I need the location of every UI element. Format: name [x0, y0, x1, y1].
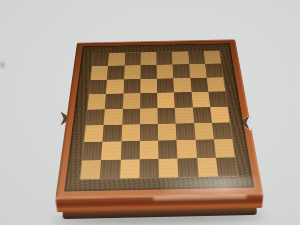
square-h5[interactable]	[208, 91, 227, 106]
square-d8[interactable]	[140, 52, 156, 65]
square-f1[interactable]	[178, 158, 199, 177]
square-h1[interactable]	[216, 157, 238, 176]
square-b8[interactable]	[108, 53, 125, 66]
square-e7[interactable]	[157, 65, 174, 79]
square-c8[interactable]	[124, 52, 140, 65]
square-h4[interactable]	[210, 106, 230, 122]
square-e4[interactable]	[157, 108, 175, 124]
square-g7[interactable]	[189, 64, 207, 78]
square-b3[interactable]	[103, 125, 122, 142]
square-a6[interactable]	[89, 80, 107, 95]
background-smudge	[0, 62, 5, 68]
square-a2[interactable]	[82, 142, 102, 160]
square-a7[interactable]	[91, 66, 109, 80]
square-f8[interactable]	[172, 51, 189, 64]
square-d3[interactable]	[140, 124, 159, 141]
square-h3[interactable]	[212, 122, 232, 139]
square-h2[interactable]	[214, 139, 235, 157]
left-frame-notch	[59, 110, 67, 127]
square-b4[interactable]	[104, 109, 123, 125]
square-g5[interactable]	[191, 92, 210, 107]
board-grid	[80, 51, 237, 180]
square-d6[interactable]	[140, 79, 157, 94]
square-f2[interactable]	[177, 140, 197, 158]
square-e2[interactable]	[158, 140, 177, 158]
square-a4[interactable]	[86, 109, 105, 125]
square-g3[interactable]	[194, 123, 214, 140]
square-f7[interactable]	[173, 64, 190, 78]
square-d7[interactable]	[140, 65, 157, 79]
square-h6[interactable]	[207, 77, 226, 92]
square-d2[interactable]	[139, 141, 158, 159]
square-e8[interactable]	[156, 52, 172, 65]
square-c1[interactable]	[120, 159, 140, 178]
square-c2[interactable]	[120, 141, 139, 159]
square-d1[interactable]	[139, 159, 159, 178]
chess-board	[48, 38, 268, 225]
square-e6[interactable]	[157, 78, 174, 93]
square-c6[interactable]	[123, 79, 140, 94]
square-b2[interactable]	[101, 142, 121, 160]
square-c3[interactable]	[121, 124, 140, 141]
square-d5[interactable]	[140, 93, 157, 108]
board-frame	[55, 39, 263, 198]
square-g6[interactable]	[190, 78, 208, 93]
square-b5[interactable]	[105, 94, 123, 109]
square-b1[interactable]	[100, 159, 120, 178]
square-g8[interactable]	[188, 51, 205, 64]
square-g4[interactable]	[192, 107, 211, 123]
square-f6[interactable]	[173, 78, 191, 93]
square-g2[interactable]	[195, 140, 216, 158]
square-e3[interactable]	[158, 123, 177, 140]
square-f5[interactable]	[174, 92, 192, 107]
square-h8[interactable]	[204, 51, 222, 64]
square-d4[interactable]	[140, 108, 158, 124]
square-b7[interactable]	[107, 66, 124, 80]
square-h7[interactable]	[205, 64, 223, 78]
square-a8[interactable]	[92, 53, 109, 66]
photo-background	[0, 0, 300, 225]
square-e1[interactable]	[159, 158, 179, 177]
square-c4[interactable]	[122, 108, 140, 124]
right-frame-notch	[243, 114, 251, 131]
square-a1[interactable]	[80, 160, 101, 179]
square-b6[interactable]	[106, 79, 124, 94]
square-e5[interactable]	[157, 93, 175, 108]
square-a5[interactable]	[88, 94, 107, 109]
square-a3[interactable]	[84, 125, 104, 142]
square-f3[interactable]	[176, 123, 195, 140]
board-inner-border	[64, 43, 254, 191]
square-c7[interactable]	[124, 65, 141, 79]
square-c5[interactable]	[123, 93, 141, 108]
square-f4[interactable]	[175, 107, 194, 123]
square-g1[interactable]	[197, 157, 218, 176]
